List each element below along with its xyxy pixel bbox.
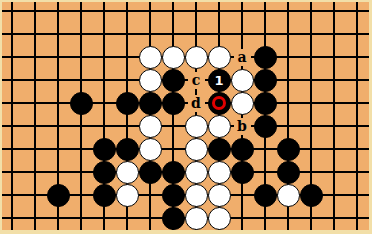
point-label-b: b: [234, 118, 251, 135]
point-label-d: d: [188, 95, 205, 112]
marker-layer: abcd: [0, 0, 372, 234]
go-diagram: 1 abcd: [0, 0, 372, 234]
point-label-c: c: [188, 72, 205, 89]
point-label-a: a: [234, 49, 251, 66]
